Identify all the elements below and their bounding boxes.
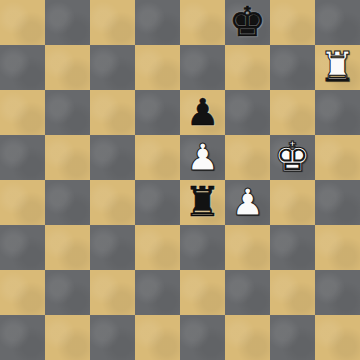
square-d5[interactable]: [135, 135, 180, 180]
square-g3[interactable]: [270, 225, 315, 270]
square-a3[interactable]: [0, 225, 45, 270]
square-g5[interactable]: ♚: [270, 135, 315, 180]
square-f5[interactable]: [225, 135, 270, 180]
square-h5[interactable]: [315, 135, 360, 180]
black-pawn[interactable]: ♟: [186, 90, 219, 135]
square-a4[interactable]: [0, 180, 45, 225]
square-a1[interactable]: [0, 315, 45, 360]
square-h2[interactable]: [315, 270, 360, 315]
square-h1[interactable]: [315, 315, 360, 360]
square-c3[interactable]: [90, 225, 135, 270]
square-c4[interactable]: [90, 180, 135, 225]
square-c6[interactable]: [90, 90, 135, 135]
square-f4[interactable]: ♟: [225, 180, 270, 225]
square-h6[interactable]: [315, 90, 360, 135]
chess-board: ♚♜♟♟♚♜♟: [0, 0, 360, 360]
square-g2[interactable]: [270, 270, 315, 315]
square-g7[interactable]: [270, 45, 315, 90]
square-b7[interactable]: [45, 45, 90, 90]
square-f6[interactable]: [225, 90, 270, 135]
square-h7[interactable]: ♜: [315, 45, 360, 90]
square-f8[interactable]: ♚: [225, 0, 270, 45]
square-e3[interactable]: [180, 225, 225, 270]
square-f1[interactable]: [225, 315, 270, 360]
square-e1[interactable]: [180, 315, 225, 360]
square-a5[interactable]: [0, 135, 45, 180]
square-a6[interactable]: [0, 90, 45, 135]
white-pawn[interactable]: ♟: [231, 180, 264, 225]
square-h3[interactable]: [315, 225, 360, 270]
square-g8[interactable]: [270, 0, 315, 45]
square-b1[interactable]: [45, 315, 90, 360]
square-d1[interactable]: [135, 315, 180, 360]
square-c7[interactable]: [90, 45, 135, 90]
white-king[interactable]: ♚: [274, 135, 311, 180]
square-g1[interactable]: [270, 315, 315, 360]
square-h4[interactable]: [315, 180, 360, 225]
square-d3[interactable]: [135, 225, 180, 270]
square-e6[interactable]: ♟: [180, 90, 225, 135]
square-b3[interactable]: [45, 225, 90, 270]
white-pawn[interactable]: ♟: [186, 135, 219, 180]
square-e4[interactable]: ♜: [180, 180, 225, 225]
square-d6[interactable]: [135, 90, 180, 135]
square-c2[interactable]: [90, 270, 135, 315]
square-b6[interactable]: [45, 90, 90, 135]
square-a7[interactable]: [0, 45, 45, 90]
square-g4[interactable]: [270, 180, 315, 225]
square-b5[interactable]: [45, 135, 90, 180]
square-b4[interactable]: [45, 180, 90, 225]
square-c5[interactable]: [90, 135, 135, 180]
square-h8[interactable]: [315, 0, 360, 45]
square-c1[interactable]: [90, 315, 135, 360]
black-king[interactable]: ♚: [229, 0, 266, 45]
square-d7[interactable]: [135, 45, 180, 90]
square-a2[interactable]: [0, 270, 45, 315]
square-e5[interactable]: ♟: [180, 135, 225, 180]
square-c8[interactable]: [90, 0, 135, 45]
square-b2[interactable]: [45, 270, 90, 315]
square-d2[interactable]: [135, 270, 180, 315]
square-e8[interactable]: [180, 0, 225, 45]
square-e2[interactable]: [180, 270, 225, 315]
white-rook[interactable]: ♜: [319, 45, 356, 90]
square-d8[interactable]: [135, 0, 180, 45]
square-e7[interactable]: [180, 45, 225, 90]
square-g6[interactable]: [270, 90, 315, 135]
square-d4[interactable]: [135, 180, 180, 225]
square-f2[interactable]: [225, 270, 270, 315]
square-a8[interactable]: [0, 0, 45, 45]
square-f3[interactable]: [225, 225, 270, 270]
black-rook[interactable]: ♜: [184, 180, 221, 225]
square-f7[interactable]: [225, 45, 270, 90]
square-b8[interactable]: [45, 0, 90, 45]
